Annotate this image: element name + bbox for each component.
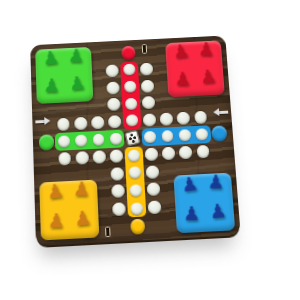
wood-cell xyxy=(38,151,56,169)
blue-pawn[interactable]: ♟ xyxy=(208,201,228,222)
track-cell[interactable] xyxy=(54,115,72,133)
yellow-pawn[interactable]: ♟ xyxy=(73,208,92,229)
home-column-cell[interactable] xyxy=(193,125,211,143)
home-column-cell[interactable] xyxy=(126,164,144,182)
home-column-cell[interactable] xyxy=(121,78,139,96)
track-spot[interactable] xyxy=(140,63,153,76)
red-pawn[interactable]: ♟ xyxy=(174,70,191,88)
track-cell[interactable] xyxy=(72,114,90,132)
green-entry-arrow-icon xyxy=(35,120,44,123)
track-cell[interactable] xyxy=(89,114,107,132)
green-pawn[interactable]: ♟ xyxy=(68,46,85,64)
red-pawn[interactable]: ♟ xyxy=(171,41,190,61)
red-pawn[interactable]: ♟ xyxy=(198,40,215,58)
yellow-pawn[interactable]: ♟ xyxy=(45,180,64,201)
blue-base[interactable]: ♟♟♟♟ xyxy=(173,173,235,234)
home-column-spot[interactable] xyxy=(161,130,173,142)
track-cell[interactable] xyxy=(105,96,123,114)
track-spot[interactable] xyxy=(144,148,158,162)
green-pawn[interactable]: ♟ xyxy=(43,77,60,95)
red-pawn[interactable]: ♟ xyxy=(199,67,218,87)
track-cell[interactable] xyxy=(110,200,128,219)
home-column-spot[interactable] xyxy=(144,131,156,143)
entry-spot[interactable] xyxy=(211,126,227,142)
track-spot[interactable] xyxy=(146,183,160,197)
track-cell[interactable] xyxy=(192,108,210,126)
home-column-cell[interactable] xyxy=(122,95,140,113)
track-cell[interactable] xyxy=(104,79,122,97)
home-column-cell[interactable] xyxy=(127,181,145,200)
home-column-spot[interactable] xyxy=(128,149,140,161)
track-cell[interactable] xyxy=(56,150,74,168)
track-cell[interactable] xyxy=(108,147,126,165)
green-pawn[interactable]: ♟ xyxy=(68,74,86,94)
track-cell[interactable] xyxy=(143,163,161,181)
track-cell[interactable] xyxy=(159,144,177,162)
home-column-spot[interactable] xyxy=(125,98,137,110)
home-column-cell[interactable] xyxy=(89,131,107,149)
track-spot[interactable] xyxy=(75,151,88,165)
green-base[interactable]: ♟♟♟♟ xyxy=(35,47,93,104)
track-spot[interactable] xyxy=(107,81,120,94)
track-spot[interactable] xyxy=(58,152,71,166)
wood-cell xyxy=(103,45,121,62)
track-spot[interactable] xyxy=(143,113,156,126)
home-column-spot[interactable] xyxy=(92,134,104,146)
home-column-cell[interactable] xyxy=(123,112,141,130)
home-column-cell[interactable] xyxy=(176,126,194,144)
die[interactable] xyxy=(125,130,141,147)
track-cell[interactable] xyxy=(108,165,126,183)
track-spot[interactable] xyxy=(106,64,119,77)
track-cell[interactable] xyxy=(38,133,56,151)
track-cell[interactable] xyxy=(137,60,155,78)
track-cell[interactable] xyxy=(174,109,192,127)
track-cell[interactable] xyxy=(90,148,108,166)
track-spot[interactable] xyxy=(57,118,70,131)
yellow-pawn[interactable]: ♟ xyxy=(73,179,91,198)
wood-cell xyxy=(211,142,230,160)
track-spot[interactable] xyxy=(91,116,104,129)
wood-cell xyxy=(146,216,165,235)
green-pawn[interactable]: ♟ xyxy=(41,48,60,68)
home-column-spot[interactable] xyxy=(58,135,70,147)
track-spot[interactable] xyxy=(145,165,159,179)
track-spot[interactable] xyxy=(74,117,87,130)
home-column-cell[interactable] xyxy=(125,146,143,164)
track-cell[interactable] xyxy=(73,149,91,167)
home-column-spot[interactable] xyxy=(178,129,190,141)
track-spot[interactable] xyxy=(162,147,176,161)
track-spot[interactable] xyxy=(142,96,155,109)
track-spot[interactable] xyxy=(107,98,120,111)
home-column-cell[interactable] xyxy=(128,199,146,218)
track-cell[interactable] xyxy=(142,145,160,163)
red-entry-slot xyxy=(142,44,147,54)
entry-spot[interactable] xyxy=(130,218,146,234)
track-spot[interactable] xyxy=(177,111,191,124)
blue-entry-arrow-icon xyxy=(219,110,228,113)
track-spot[interactable] xyxy=(196,145,210,159)
product-photo: ♟♟♟♟♟♟♟♟♟♟♟♟♟♟♟♟ xyxy=(0,0,300,300)
track-cell[interactable] xyxy=(140,111,158,129)
track-cell[interactable] xyxy=(139,94,157,112)
home-column-cell[interactable] xyxy=(107,130,125,148)
entry-spot[interactable] xyxy=(121,46,136,61)
track-cell[interactable] xyxy=(145,198,164,217)
track-cell[interactable] xyxy=(120,45,138,62)
red-base[interactable]: ♟♟♟♟ xyxy=(165,40,225,97)
blue-pawn[interactable]: ♟ xyxy=(179,173,199,194)
home-column-spot[interactable] xyxy=(129,167,141,180)
track-cell[interactable] xyxy=(106,113,124,131)
yellow-base[interactable]: ♟♟♟♟ xyxy=(39,180,99,241)
track-spot[interactable] xyxy=(147,200,161,214)
home-column-spot[interactable] xyxy=(130,184,143,197)
track-cell[interactable] xyxy=(144,180,162,199)
yellow-pawn[interactable]: ♟ xyxy=(47,211,65,230)
blue-pawn[interactable]: ♟ xyxy=(183,204,201,223)
track-spot[interactable] xyxy=(194,111,208,124)
track-spot[interactable] xyxy=(160,112,173,125)
home-column-cell[interactable] xyxy=(141,128,159,146)
track-spot[interactable] xyxy=(112,185,126,199)
track-cell[interactable] xyxy=(109,182,127,201)
track-spot[interactable] xyxy=(93,150,106,164)
track-spot[interactable] xyxy=(110,149,123,163)
home-column-cell[interactable] xyxy=(72,132,90,150)
track-spot[interactable] xyxy=(108,115,121,128)
home-column-spot[interactable] xyxy=(110,133,122,145)
home-column-spot[interactable] xyxy=(130,202,143,215)
track-spot[interactable] xyxy=(179,146,193,160)
yellow-entry-slot xyxy=(105,226,111,237)
track-cell[interactable] xyxy=(104,62,122,80)
home-column-spot[interactable] xyxy=(196,128,209,140)
home-column-spot[interactable] xyxy=(124,81,136,93)
track-cell[interactable] xyxy=(194,143,213,161)
track-spot[interactable] xyxy=(112,202,126,216)
track-cell[interactable] xyxy=(177,144,195,162)
track-cell[interactable] xyxy=(128,217,147,236)
home-column-spot[interactable] xyxy=(75,134,87,146)
track-cell[interactable] xyxy=(138,77,156,95)
home-column-spot[interactable] xyxy=(123,64,135,76)
home-column-cell[interactable] xyxy=(55,132,73,150)
entry-spot[interactable] xyxy=(39,135,54,151)
track-cell[interactable] xyxy=(210,125,229,143)
track-spot[interactable] xyxy=(111,167,125,181)
blue-pawn[interactable]: ♟ xyxy=(207,172,224,191)
home-column-spot[interactable] xyxy=(126,115,138,127)
ludo-board: ♟♟♟♟♟♟♟♟♟♟♟♟♟♟♟♟ xyxy=(30,35,241,245)
wood-cell xyxy=(111,218,130,237)
home-column-cell[interactable] xyxy=(120,61,138,79)
home-column-cell[interactable] xyxy=(158,127,176,145)
centre-cell[interactable] xyxy=(124,129,142,147)
track-spot[interactable] xyxy=(141,79,154,92)
track-cell[interactable] xyxy=(157,110,175,128)
